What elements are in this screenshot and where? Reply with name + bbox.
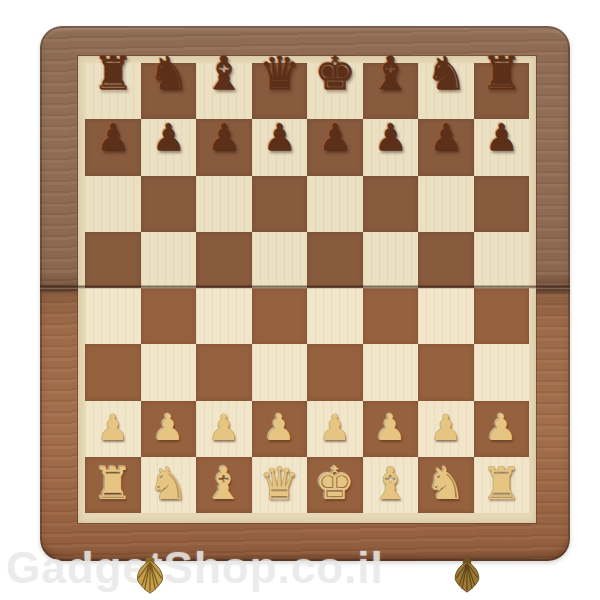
square-a4[interactable] [85,288,141,344]
square-g2[interactable]: ♟ [418,401,474,457]
square-f7[interactable]: ♟ [363,119,419,175]
square-e7[interactable]: ♟ [307,119,363,175]
square-b2[interactable]: ♟ [141,401,197,457]
square-h3[interactable] [474,344,530,400]
square-h8[interactable]: ♜ [474,63,530,119]
piece-black-pawn-d7: ♟ [263,119,296,156]
square-c8[interactable]: ♝ [196,63,252,119]
square-b4[interactable] [141,288,197,344]
square-a5[interactable] [85,232,141,288]
square-f8[interactable]: ♝ [363,63,419,119]
square-g3[interactable] [418,344,474,400]
square-h4[interactable] [474,288,530,344]
piece-black-pawn-c7: ♟ [207,119,240,156]
piece-white-pawn-f2: ♟ [374,410,406,446]
piece-black-pawn-a7: ♟ [96,119,129,156]
piece-white-pawn-a2: ♟ [97,410,129,446]
square-g7[interactable]: ♟ [418,119,474,175]
square-d2[interactable]: ♟ [252,401,308,457]
square-e3[interactable] [307,344,363,400]
piece-white-pawn-e2: ♟ [319,410,351,446]
square-c6[interactable] [196,176,252,232]
piece-white-king-e1: ♚ [315,461,355,506]
square-d6[interactable] [252,176,308,232]
square-f1[interactable]: ♝ [363,457,419,513]
piece-white-pawn-b2: ♟ [152,410,184,446]
square-a3[interactable] [85,344,141,400]
square-d4[interactable] [252,288,308,344]
square-e8[interactable]: ♚ [307,63,363,119]
piece-white-pawn-d2: ♟ [263,410,295,446]
piece-white-queen-d1: ♛ [259,461,299,506]
piece-black-pawn-b7: ♟ [152,119,185,156]
square-b8[interactable]: ♞ [141,63,197,119]
piece-white-pawn-g2: ♟ [430,410,462,446]
square-b1[interactable]: ♞ [141,457,197,513]
piece-black-pawn-e7: ♟ [318,119,351,156]
square-c7[interactable]: ♟ [196,119,252,175]
square-e2[interactable]: ♟ [307,401,363,457]
square-e4[interactable] [307,288,363,344]
square-a1[interactable]: ♜ [85,457,141,513]
piece-white-pawn-c2: ♟ [208,410,240,446]
chess-set-photo: ♜♞♝♛♚♝♞♜♟♟♟♟♟♟♟♟♟♟♟♟♟♟♟♟♜♞♝♛♚♝♞♜ GadgetS… [0,0,600,600]
square-c4[interactable] [196,288,252,344]
square-a6[interactable] [85,176,141,232]
square-d8[interactable]: ♛ [252,63,308,119]
piece-white-pawn-h2: ♟ [485,410,517,446]
brass-latch-right [452,558,482,593]
square-h7[interactable]: ♟ [474,119,530,175]
square-a2[interactable]: ♟ [85,401,141,457]
square-d3[interactable] [252,344,308,400]
square-h1[interactable]: ♜ [474,457,530,513]
square-d7[interactable]: ♟ [252,119,308,175]
square-c5[interactable] [196,232,252,288]
square-c2[interactable]: ♟ [196,401,252,457]
square-g4[interactable] [418,288,474,344]
square-g1[interactable]: ♞ [418,457,474,513]
watermark-text: GadgetShop.co.il [6,546,600,590]
piece-white-knight-b1: ♞ [148,461,188,506]
square-b5[interactable] [141,232,197,288]
piece-white-bishop-c1: ♝ [204,461,244,506]
square-g6[interactable] [418,176,474,232]
square-e5[interactable] [307,232,363,288]
square-d5[interactable] [252,232,308,288]
square-h6[interactable] [474,176,530,232]
square-e1[interactable]: ♚ [307,457,363,513]
piece-white-rook-h1: ♜ [481,461,521,506]
square-f3[interactable] [363,344,419,400]
square-g8[interactable]: ♞ [418,63,474,119]
piece-white-rook-a1: ♜ [93,461,133,506]
square-e6[interactable] [307,176,363,232]
square-f5[interactable] [363,232,419,288]
square-b7[interactable]: ♟ [141,119,197,175]
piece-black-pawn-f7: ♟ [374,119,407,156]
square-g5[interactable] [418,232,474,288]
square-c3[interactable] [196,344,252,400]
fold-seam [40,285,570,289]
piece-white-knight-g1: ♞ [426,461,466,506]
square-a7[interactable]: ♟ [85,119,141,175]
square-f6[interactable] [363,176,419,232]
square-d1[interactable]: ♛ [252,457,308,513]
piece-black-pawn-h7: ♟ [485,119,518,156]
square-f2[interactable]: ♟ [363,401,419,457]
piece-white-bishop-f1: ♝ [370,461,410,506]
square-b6[interactable] [141,176,197,232]
square-a8[interactable]: ♜ [85,63,141,119]
square-c1[interactable]: ♝ [196,457,252,513]
piece-black-pawn-g7: ♟ [429,119,462,156]
brass-latch-left [134,557,166,594]
square-h5[interactable] [474,232,530,288]
square-b3[interactable] [141,344,197,400]
square-h2[interactable]: ♟ [474,401,530,457]
square-f4[interactable] [363,288,419,344]
